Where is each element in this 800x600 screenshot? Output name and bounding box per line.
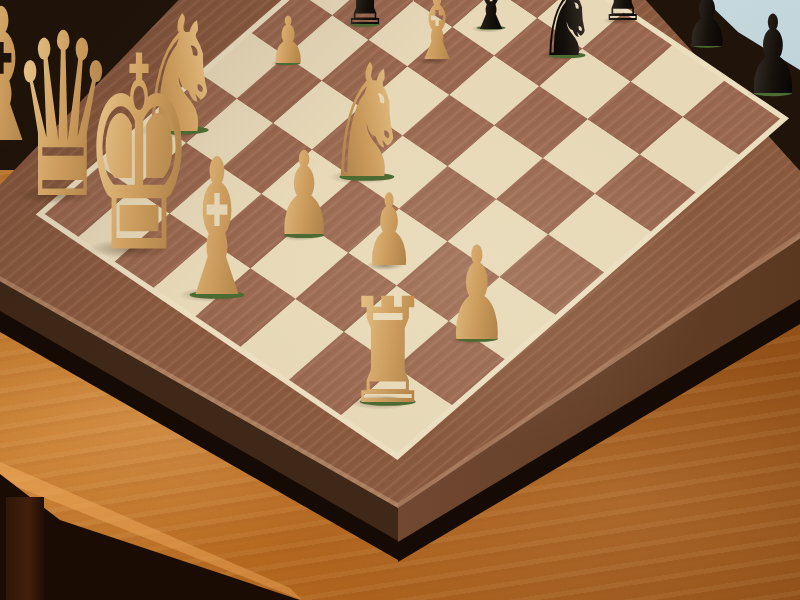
piece-shadow bbox=[336, 392, 425, 413]
pieces-layer: ♜♜♝♟♞♝♟♟♞♝♞♛♟♚♟♝♟♜ bbox=[0, 0, 800, 600]
white-pawn-a5: ♟ bbox=[269, 22, 307, 64]
felt-base bbox=[456, 336, 498, 342]
piece-shadow bbox=[268, 228, 331, 243]
white-pawn-e2: ♟ bbox=[274, 170, 333, 236]
black-knight-f7: ♞ bbox=[539, 0, 595, 56]
piece-shadow bbox=[166, 285, 253, 305]
black-pawn-h7: ♟ bbox=[744, 30, 800, 94]
piece-shadow bbox=[738, 86, 799, 100]
felt-base bbox=[548, 52, 585, 58]
white-bishop-d1: ♝ bbox=[176, 204, 258, 296]
chess-photo-scene: ♜♜♝♟♞♝♟♟♞♝♞♛♟♚♟♝♟♜ bbox=[0, 0, 800, 600]
piece-shadow bbox=[0, 182, 109, 208]
black-rook-f8: ♜ bbox=[601, 0, 646, 21]
piece-shadow bbox=[337, 19, 385, 30]
piece-shadow bbox=[316, 167, 403, 187]
felt-base bbox=[350, 22, 380, 27]
white-pawn-f3: ♟ bbox=[363, 209, 414, 266]
piece-shadow bbox=[407, 54, 458, 66]
white-knight-b3: ♞ bbox=[135, 33, 223, 131]
white-bishop-frame-left: ♝ bbox=[0, 50, 42, 142]
piece-shadow bbox=[533, 49, 592, 63]
felt-base bbox=[477, 26, 506, 30]
piece-shadow bbox=[595, 15, 643, 26]
piece-shadow bbox=[438, 332, 505, 347]
white-queen-a1: ♛ bbox=[11, 80, 115, 196]
black-bishop-e6: ♝ bbox=[469, 0, 512, 29]
piece-shadow bbox=[465, 23, 511, 34]
felt-base bbox=[150, 126, 209, 135]
piece-shadow bbox=[358, 259, 412, 272]
felt-base bbox=[754, 90, 792, 96]
piece-shadow bbox=[72, 235, 188, 262]
felt-base bbox=[339, 173, 394, 181]
piece-shadow bbox=[265, 59, 305, 68]
white-knight-e4: ♞ bbox=[326, 86, 408, 178]
black-rook-c6: ♜ bbox=[343, 0, 388, 25]
felt-base bbox=[189, 291, 244, 299]
white-rook-h1: ♜ bbox=[346, 309, 430, 403]
felt-base bbox=[275, 61, 300, 65]
felt-base bbox=[691, 43, 722, 48]
white-bishop-d6: ♝ bbox=[413, 7, 461, 61]
piece-shadow bbox=[0, 131, 38, 151]
white-pawn-h3: ♟ bbox=[446, 270, 509, 340]
felt-base bbox=[360, 398, 416, 406]
black-pawn-g7: ♟ bbox=[684, 0, 731, 46]
white-king-c1: ♚ bbox=[84, 128, 193, 250]
piece-shadow bbox=[125, 119, 218, 141]
felt-base bbox=[284, 232, 324, 238]
piece-shadow bbox=[678, 40, 727, 51]
